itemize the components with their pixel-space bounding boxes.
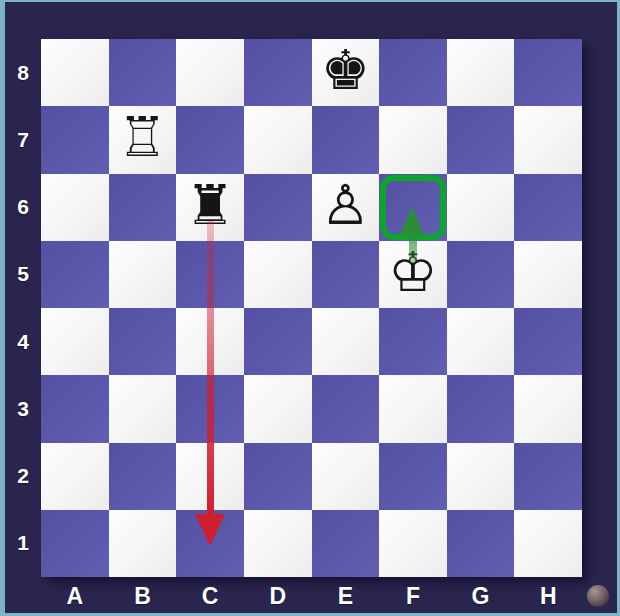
square-b5[interactable] (109, 241, 177, 308)
square-a7[interactable] (41, 106, 109, 173)
square-g2[interactable] (447, 443, 515, 510)
file-label-h: H (514, 577, 582, 613)
square-e4[interactable] (312, 308, 380, 375)
file-label-g: G (447, 577, 515, 613)
piece-white-rook-b7[interactable]: ♖ (118, 110, 167, 165)
square-h1[interactable] (514, 510, 582, 577)
square-h4[interactable] (514, 308, 582, 375)
square-e1[interactable] (312, 510, 380, 577)
square-f3[interactable] (379, 375, 447, 442)
square-d4[interactable] (244, 308, 312, 375)
square-h3[interactable] (514, 375, 582, 442)
square-b3[interactable] (109, 375, 177, 442)
square-c4[interactable] (176, 308, 244, 375)
square-g8[interactable] (447, 39, 515, 106)
square-h8[interactable] (514, 39, 582, 106)
square-d3[interactable] (244, 375, 312, 442)
square-f1[interactable] (379, 510, 447, 577)
board: ♚♖♜♙♔ (41, 39, 582, 577)
piece-white-king-f5[interactable]: ♔ (388, 245, 437, 300)
square-a6[interactable] (41, 174, 109, 241)
square-f8[interactable] (379, 39, 447, 106)
square-h5[interactable] (514, 241, 582, 308)
file-label-f: F (379, 577, 447, 613)
square-a3[interactable] (41, 375, 109, 442)
square-f5[interactable]: ♔ (379, 241, 447, 308)
square-d8[interactable] (244, 39, 312, 106)
square-b6[interactable] (109, 174, 177, 241)
file-labels: ABCDEFGH (41, 577, 582, 613)
file-label-a: A (41, 577, 109, 613)
square-c2[interactable] (176, 443, 244, 510)
square-g4[interactable] (447, 308, 515, 375)
square-d1[interactable] (244, 510, 312, 577)
square-h2[interactable] (514, 443, 582, 510)
rank-labels: 87654321 (5, 39, 41, 577)
piece-black-king-e8[interactable]: ♚ (321, 43, 370, 98)
rank-label-6: 6 (5, 174, 41, 241)
square-b4[interactable] (109, 308, 177, 375)
square-h7[interactable] (514, 106, 582, 173)
square-a8[interactable] (41, 39, 109, 106)
square-c8[interactable] (176, 39, 244, 106)
square-d2[interactable] (244, 443, 312, 510)
square-c3[interactable] (176, 375, 244, 442)
square-a5[interactable] (41, 241, 109, 308)
square-f2[interactable] (379, 443, 447, 510)
square-d5[interactable] (244, 241, 312, 308)
highlight-square-f6 (380, 175, 446, 240)
square-c7[interactable] (176, 106, 244, 173)
square-e5[interactable] (312, 241, 380, 308)
square-e3[interactable] (312, 375, 380, 442)
rank-label-7: 7 (5, 106, 41, 173)
square-c6[interactable]: ♜ (176, 174, 244, 241)
square-a4[interactable] (41, 308, 109, 375)
rank-label-1: 1 (5, 510, 41, 577)
square-f4[interactable] (379, 308, 447, 375)
square-h6[interactable] (514, 174, 582, 241)
square-e6[interactable]: ♙ (312, 174, 380, 241)
square-a2[interactable] (41, 443, 109, 510)
chessboard-screenshot: ♚♖♜♙♔ 87654321 ABCDEFGH (0, 0, 620, 616)
corner-sphere-decoration (587, 585, 609, 607)
square-f6[interactable] (379, 174, 447, 241)
square-g3[interactable] (447, 375, 515, 442)
file-label-b: B (109, 577, 177, 613)
rank-label-2: 2 (5, 443, 41, 510)
square-g5[interactable] (447, 241, 515, 308)
square-d7[interactable] (244, 106, 312, 173)
square-e2[interactable] (312, 443, 380, 510)
rank-label-4: 4 (5, 308, 41, 375)
square-c1[interactable] (176, 510, 244, 577)
square-b8[interactable] (109, 39, 177, 106)
square-c5[interactable] (176, 241, 244, 308)
square-b2[interactable] (109, 443, 177, 510)
square-f7[interactable] (379, 106, 447, 173)
piece-white-pawn-e6[interactable]: ♙ (321, 178, 370, 233)
rank-label-3: 3 (5, 375, 41, 442)
square-g1[interactable] (447, 510, 515, 577)
square-g7[interactable] (447, 106, 515, 173)
piece-black-rook-c6[interactable]: ♜ (185, 178, 234, 233)
square-b1[interactable] (109, 510, 177, 577)
rank-label-8: 8 (5, 39, 41, 106)
square-e7[interactable] (312, 106, 380, 173)
square-a1[interactable] (41, 510, 109, 577)
square-d6[interactable] (244, 174, 312, 241)
square-b7[interactable]: ♖ (109, 106, 177, 173)
file-label-c: C (176, 577, 244, 613)
square-e8[interactable]: ♚ (312, 39, 380, 106)
file-label-d: D (244, 577, 312, 613)
rank-label-5: 5 (5, 241, 41, 308)
file-label-e: E (312, 577, 380, 613)
square-g6[interactable] (447, 174, 515, 241)
